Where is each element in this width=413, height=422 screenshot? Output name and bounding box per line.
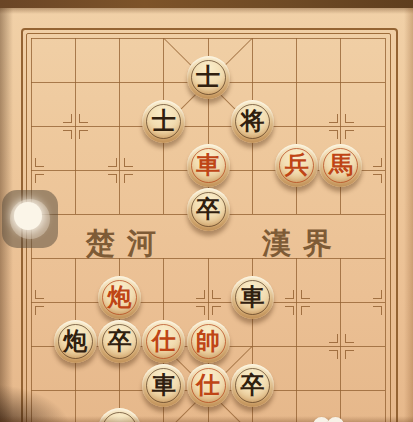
- point-marker: [373, 306, 382, 315]
- grid-file-line: [385, 38, 386, 422]
- piece-character: 兵: [275, 144, 318, 187]
- point-marker: [108, 174, 117, 183]
- point-marker: [124, 158, 133, 167]
- point-marker: [212, 306, 221, 315]
- piece-character: 仕: [187, 364, 230, 407]
- piece-black-advisor[interactable]: 士: [187, 56, 230, 99]
- piece-character: 車: [142, 364, 185, 407]
- grid-file-line: [296, 38, 297, 214]
- piece-character: 仕: [142, 320, 185, 363]
- point-marker: [329, 350, 338, 359]
- point-marker: [35, 158, 44, 167]
- piece-character: 士: [142, 100, 185, 143]
- piece-red-chariot[interactable]: 車: [187, 144, 230, 187]
- mat-edge-bottom: [0, 416, 413, 422]
- point-marker: [345, 334, 354, 343]
- point-marker: [35, 290, 44, 299]
- mat-edge-right: [404, 8, 413, 422]
- piece-black-cannon[interactable]: 炮: [54, 320, 97, 363]
- point-marker: [79, 130, 88, 139]
- point-marker: [285, 290, 294, 299]
- point-marker: [79, 114, 88, 123]
- piece-character: 士: [187, 56, 230, 99]
- grid-file-line: [296, 258, 297, 422]
- point-marker: [345, 114, 354, 123]
- grid-file-line: [119, 38, 120, 214]
- piece-character: 車: [231, 276, 274, 319]
- point-marker: [124, 174, 133, 183]
- point-marker: [35, 174, 44, 183]
- point-marker: [301, 306, 310, 315]
- floating-assistive-button[interactable]: [2, 190, 58, 248]
- point-marker: [196, 306, 205, 315]
- piece-black-chariot[interactable]: 車: [142, 364, 185, 407]
- piece-character: 車: [187, 144, 230, 187]
- piece-character: 卒: [98, 320, 141, 363]
- piece-red-general[interactable]: 帥: [187, 320, 230, 363]
- river-label-han-jie: 漢界: [262, 226, 344, 260]
- piece-character: 卒: [187, 188, 230, 231]
- point-marker: [345, 350, 354, 359]
- point-marker: [196, 290, 205, 299]
- point-marker: [63, 130, 72, 139]
- point-marker: [212, 290, 221, 299]
- piece-black-chariot[interactable]: 車: [231, 276, 274, 319]
- grid-file-line: [340, 258, 341, 422]
- piece-red-soldier[interactable]: 兵: [275, 144, 318, 187]
- piece-red-advisor[interactable]: 仕: [187, 364, 230, 407]
- piece-character: 炮: [98, 276, 141, 319]
- assistive-core-icon: [14, 202, 42, 230]
- piece-character: 将: [231, 100, 274, 143]
- piece-character: 馬: [319, 144, 362, 187]
- piece-red-cannon[interactable]: 炮: [98, 276, 141, 319]
- point-marker: [285, 306, 294, 315]
- point-marker: [373, 174, 382, 183]
- piece-black-soldier[interactable]: 卒: [187, 188, 230, 231]
- wood-edge-top: [0, 0, 413, 8]
- piece-black-soldier[interactable]: 卒: [98, 320, 141, 363]
- point-marker: [35, 306, 44, 315]
- grid-file-line: [340, 38, 341, 214]
- piece-character: 帥: [187, 320, 230, 363]
- piece-red-advisor[interactable]: 仕: [142, 320, 185, 363]
- point-marker: [329, 130, 338, 139]
- piece-character: 炮: [54, 320, 97, 363]
- grid-file-line: [75, 38, 76, 214]
- point-marker: [108, 158, 117, 167]
- point-marker: [329, 114, 338, 123]
- point-marker: [373, 290, 382, 299]
- piece-red-horse[interactable]: 馬: [319, 144, 362, 187]
- wood-edge-shadow: [0, 8, 413, 14]
- point-marker: [373, 158, 382, 167]
- xiangqi-game-screen: 楚河 漢界 士士将車兵馬卒炮車炮卒仕帥車仕卒: [0, 0, 413, 422]
- point-marker: [345, 130, 354, 139]
- river-label-chu-he: 楚河: [86, 226, 168, 260]
- point-marker: [329, 334, 338, 343]
- piece-black-general[interactable]: 将: [231, 100, 274, 143]
- piece-character: 卒: [231, 364, 274, 407]
- piece-black-advisor[interactable]: 士: [142, 100, 185, 143]
- point-marker: [301, 290, 310, 299]
- point-marker: [63, 114, 72, 123]
- piece-black-soldier[interactable]: 卒: [231, 364, 274, 407]
